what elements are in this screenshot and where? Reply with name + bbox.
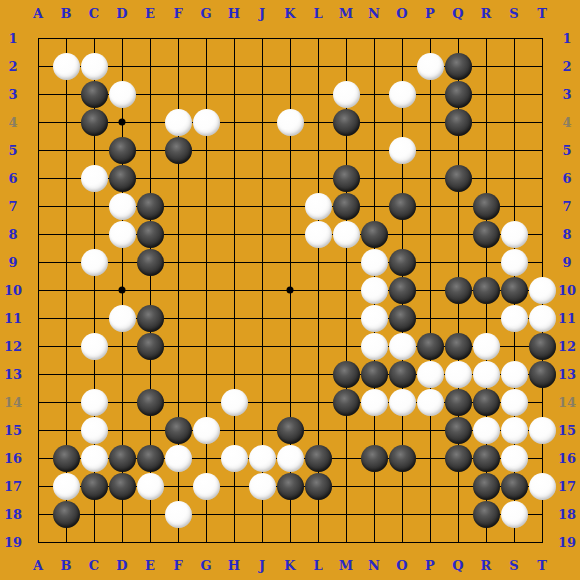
col-label-bottom-A: A bbox=[33, 559, 43, 572]
row-label-right-13: 13 bbox=[558, 368, 576, 381]
stone-white-S15[interactable] bbox=[501, 417, 528, 444]
stone-white-S11[interactable] bbox=[501, 305, 528, 332]
stone-black-C17[interactable] bbox=[81, 473, 108, 500]
col-label-bottom-B: B bbox=[61, 559, 72, 572]
stone-black-N16[interactable] bbox=[361, 445, 388, 472]
go-board[interactable]: AABBCCDDEEFFGGHHJJKKLLMMNNOOPPQQRRSSTT11… bbox=[0, 0, 580, 580]
stone-white-O12[interactable] bbox=[389, 333, 416, 360]
stone-black-S10[interactable] bbox=[501, 277, 528, 304]
stone-white-L8[interactable] bbox=[305, 221, 332, 248]
row-label-left-4: 4 bbox=[8, 116, 17, 129]
stone-white-N14[interactable] bbox=[361, 389, 388, 416]
row-label-right-5: 5 bbox=[562, 144, 571, 157]
row-label-right-1: 1 bbox=[562, 32, 571, 45]
stone-black-M7[interactable] bbox=[333, 193, 360, 220]
stone-black-E8[interactable] bbox=[137, 221, 164, 248]
col-label-top-T: T bbox=[537, 7, 547, 20]
row-label-right-18: 18 bbox=[558, 508, 576, 521]
stone-black-T12[interactable] bbox=[529, 333, 556, 360]
col-label-bottom-T: T bbox=[537, 559, 547, 572]
stone-black-R10[interactable] bbox=[473, 277, 500, 304]
stone-black-D17[interactable] bbox=[109, 473, 136, 500]
stone-black-O10[interactable] bbox=[389, 277, 416, 304]
stone-black-N8[interactable] bbox=[361, 221, 388, 248]
stone-black-M6[interactable] bbox=[333, 165, 360, 192]
row-label-left-9: 9 bbox=[8, 256, 17, 269]
col-label-top-H: H bbox=[228, 7, 240, 20]
row-label-right-8: 8 bbox=[562, 228, 571, 241]
row-label-left-15: 15 bbox=[4, 424, 22, 437]
stone-white-K4[interactable] bbox=[277, 109, 304, 136]
row-label-left-6: 6 bbox=[8, 172, 17, 185]
stone-white-D7[interactable] bbox=[109, 193, 136, 220]
col-label-top-P: P bbox=[425, 7, 435, 20]
col-label-bottom-S: S bbox=[509, 559, 518, 572]
stone-black-E16[interactable] bbox=[137, 445, 164, 472]
stone-white-B17[interactable] bbox=[53, 473, 80, 500]
stone-black-R7[interactable] bbox=[473, 193, 500, 220]
stone-black-C3[interactable] bbox=[81, 81, 108, 108]
col-label-bottom-D: D bbox=[116, 559, 127, 572]
stone-black-R16[interactable] bbox=[473, 445, 500, 472]
stone-white-E17[interactable] bbox=[137, 473, 164, 500]
stone-black-D16[interactable] bbox=[109, 445, 136, 472]
stone-white-O5[interactable] bbox=[389, 137, 416, 164]
row-label-right-4: 4 bbox=[562, 116, 571, 129]
row-label-right-7: 7 bbox=[562, 200, 571, 213]
col-label-bottom-R: R bbox=[481, 559, 492, 572]
row-label-left-14: 14 bbox=[4, 396, 22, 409]
col-label-top-B: B bbox=[61, 7, 72, 20]
stone-black-O7[interactable] bbox=[389, 193, 416, 220]
stone-white-N11[interactable] bbox=[361, 305, 388, 332]
stone-black-O13[interactable] bbox=[389, 361, 416, 388]
stone-white-F18[interactable] bbox=[165, 501, 192, 528]
stone-white-H14[interactable] bbox=[221, 389, 248, 416]
stone-black-D6[interactable] bbox=[109, 165, 136, 192]
row-label-right-14: 14 bbox=[558, 396, 576, 409]
stone-white-S9[interactable] bbox=[501, 249, 528, 276]
col-label-top-S: S bbox=[509, 7, 518, 20]
row-label-right-15: 15 bbox=[558, 424, 576, 437]
stone-black-E9[interactable] bbox=[137, 249, 164, 276]
stone-black-E11[interactable] bbox=[137, 305, 164, 332]
stone-white-T10[interactable] bbox=[529, 277, 556, 304]
col-label-bottom-G: G bbox=[200, 559, 211, 572]
stone-white-R12[interactable] bbox=[473, 333, 500, 360]
row-label-left-17: 17 bbox=[4, 480, 22, 493]
stone-white-C6[interactable] bbox=[81, 165, 108, 192]
col-label-top-Q: Q bbox=[452, 7, 463, 20]
stone-white-F4[interactable] bbox=[165, 109, 192, 136]
stones-layer bbox=[24, 24, 556, 556]
stone-white-S16[interactable] bbox=[501, 445, 528, 472]
stone-black-Q4[interactable] bbox=[445, 109, 472, 136]
col-label-bottom-H: H bbox=[228, 559, 240, 572]
stone-white-C14[interactable] bbox=[81, 389, 108, 416]
stone-white-G4[interactable] bbox=[193, 109, 220, 136]
col-label-bottom-M: M bbox=[339, 559, 353, 572]
col-label-bottom-O: O bbox=[396, 559, 407, 572]
stone-white-S14[interactable] bbox=[501, 389, 528, 416]
stone-black-F15[interactable] bbox=[165, 417, 192, 444]
row-label-left-2: 2 bbox=[8, 60, 17, 73]
row-label-left-7: 7 bbox=[8, 200, 17, 213]
row-label-right-17: 17 bbox=[558, 480, 576, 493]
col-label-bottom-J: J bbox=[259, 559, 265, 572]
stone-white-N10[interactable] bbox=[361, 277, 388, 304]
stone-white-P13[interactable] bbox=[417, 361, 444, 388]
stone-white-C15[interactable] bbox=[81, 417, 108, 444]
stone-black-D5[interactable] bbox=[109, 137, 136, 164]
stone-white-C12[interactable] bbox=[81, 333, 108, 360]
stone-black-O16[interactable] bbox=[389, 445, 416, 472]
stone-black-Q12[interactable] bbox=[445, 333, 472, 360]
row-label-right-12: 12 bbox=[558, 340, 576, 353]
stone-white-Q13[interactable] bbox=[445, 361, 472, 388]
col-label-bottom-E: E bbox=[145, 559, 155, 572]
row-label-right-16: 16 bbox=[558, 452, 576, 465]
stone-black-Q15[interactable] bbox=[445, 417, 472, 444]
row-label-left-10: 10 bbox=[4, 284, 22, 297]
stone-white-P2[interactable] bbox=[417, 53, 444, 80]
row-label-right-2: 2 bbox=[562, 60, 571, 73]
stone-black-B16[interactable] bbox=[53, 445, 80, 472]
stone-black-Q14[interactable] bbox=[445, 389, 472, 416]
row-label-left-16: 16 bbox=[4, 452, 22, 465]
stone-black-K17[interactable] bbox=[277, 473, 304, 500]
stone-black-B18[interactable] bbox=[53, 501, 80, 528]
stone-black-Q3[interactable] bbox=[445, 81, 472, 108]
stone-black-R17[interactable] bbox=[473, 473, 500, 500]
stone-white-J17[interactable] bbox=[249, 473, 276, 500]
stone-white-P14[interactable] bbox=[417, 389, 444, 416]
stone-white-S18[interactable] bbox=[501, 501, 528, 528]
row-label-right-11: 11 bbox=[558, 312, 576, 325]
stone-white-H16[interactable] bbox=[221, 445, 248, 472]
row-label-left-19: 19 bbox=[4, 536, 22, 549]
stone-black-R14[interactable] bbox=[473, 389, 500, 416]
stone-black-R18[interactable] bbox=[473, 501, 500, 528]
stone-black-M14[interactable] bbox=[333, 389, 360, 416]
row-label-left-11: 11 bbox=[4, 312, 22, 325]
col-label-top-G: G bbox=[200, 7, 211, 20]
col-label-bottom-N: N bbox=[368, 559, 380, 572]
col-label-bottom-Q: Q bbox=[452, 559, 463, 572]
stone-white-N12[interactable] bbox=[361, 333, 388, 360]
col-label-bottom-L: L bbox=[313, 559, 322, 572]
row-label-right-6: 6 bbox=[562, 172, 571, 185]
stone-white-L7[interactable] bbox=[305, 193, 332, 220]
row-label-left-3: 3 bbox=[8, 88, 17, 101]
stone-white-D3[interactable] bbox=[109, 81, 136, 108]
col-label-bottom-K: K bbox=[284, 559, 295, 572]
stone-black-E14[interactable] bbox=[137, 389, 164, 416]
col-label-top-C: C bbox=[89, 7, 99, 20]
stone-black-P12[interactable] bbox=[417, 333, 444, 360]
stone-white-G15[interactable] bbox=[193, 417, 220, 444]
stone-white-T11[interactable] bbox=[529, 305, 556, 332]
stone-black-L16[interactable] bbox=[305, 445, 332, 472]
stone-black-M13[interactable] bbox=[333, 361, 360, 388]
stone-white-B2[interactable] bbox=[53, 53, 80, 80]
stone-white-N9[interactable] bbox=[361, 249, 388, 276]
stone-black-Q6[interactable] bbox=[445, 165, 472, 192]
col-label-top-D: D bbox=[116, 7, 127, 20]
stone-white-D8[interactable] bbox=[109, 221, 136, 248]
stone-white-C16[interactable] bbox=[81, 445, 108, 472]
stone-white-G17[interactable] bbox=[193, 473, 220, 500]
stone-black-R8[interactable] bbox=[473, 221, 500, 248]
row-label-left-8: 8 bbox=[8, 228, 17, 241]
stone-black-Q10[interactable] bbox=[445, 277, 472, 304]
row-label-left-13: 13 bbox=[4, 368, 22, 381]
stone-white-S8[interactable] bbox=[501, 221, 528, 248]
stone-white-O3[interactable] bbox=[389, 81, 416, 108]
row-label-right-9: 9 bbox=[562, 256, 571, 269]
col-label-top-A: A bbox=[33, 7, 43, 20]
stone-white-F16[interactable] bbox=[165, 445, 192, 472]
col-label-bottom-P: P bbox=[425, 559, 435, 572]
stone-white-O14[interactable] bbox=[389, 389, 416, 416]
row-label-left-12: 12 bbox=[4, 340, 22, 353]
col-label-top-O: O bbox=[396, 7, 407, 20]
stone-white-S13[interactable] bbox=[501, 361, 528, 388]
stone-black-S17[interactable] bbox=[501, 473, 528, 500]
stone-black-C4[interactable] bbox=[81, 109, 108, 136]
stone-white-C9[interactable] bbox=[81, 249, 108, 276]
stone-white-M8[interactable] bbox=[333, 221, 360, 248]
stone-white-T17[interactable] bbox=[529, 473, 556, 500]
stone-white-C2[interactable] bbox=[81, 53, 108, 80]
col-label-bottom-F: F bbox=[173, 559, 182, 572]
col-label-top-R: R bbox=[481, 7, 492, 20]
row-label-left-5: 5 bbox=[8, 144, 17, 157]
col-label-top-M: M bbox=[339, 7, 353, 20]
stone-black-N13[interactable] bbox=[361, 361, 388, 388]
col-label-top-L: L bbox=[313, 7, 322, 20]
stone-black-E12[interactable] bbox=[137, 333, 164, 360]
row-label-left-18: 18 bbox=[4, 508, 22, 521]
stone-black-K15[interactable] bbox=[277, 417, 304, 444]
stone-black-E7[interactable] bbox=[137, 193, 164, 220]
row-label-right-10: 10 bbox=[558, 284, 576, 297]
stone-white-K16[interactable] bbox=[277, 445, 304, 472]
stone-white-D11[interactable] bbox=[109, 305, 136, 332]
stone-white-R15[interactable] bbox=[473, 417, 500, 444]
row-label-right-19: 19 bbox=[558, 536, 576, 549]
stone-black-F5[interactable] bbox=[165, 137, 192, 164]
col-label-bottom-C: C bbox=[89, 559, 99, 572]
stone-black-O11[interactable] bbox=[389, 305, 416, 332]
stone-white-J16[interactable] bbox=[249, 445, 276, 472]
stone-black-L17[interactable] bbox=[305, 473, 332, 500]
col-label-top-J: J bbox=[259, 7, 265, 20]
col-label-top-F: F bbox=[173, 7, 182, 20]
stone-black-O9[interactable] bbox=[389, 249, 416, 276]
stone-white-T15[interactable] bbox=[529, 417, 556, 444]
row-label-right-3: 3 bbox=[562, 88, 571, 101]
row-label-left-1: 1 bbox=[8, 32, 17, 45]
stone-white-M3[interactable] bbox=[333, 81, 360, 108]
stone-black-T13[interactable] bbox=[529, 361, 556, 388]
col-label-top-E: E bbox=[145, 7, 155, 20]
col-label-top-K: K bbox=[284, 7, 295, 20]
stone-black-Q2[interactable] bbox=[445, 53, 472, 80]
stone-black-Q16[interactable] bbox=[445, 445, 472, 472]
stone-black-M4[interactable] bbox=[333, 109, 360, 136]
col-label-top-N: N bbox=[368, 7, 380, 20]
stone-white-R13[interactable] bbox=[473, 361, 500, 388]
